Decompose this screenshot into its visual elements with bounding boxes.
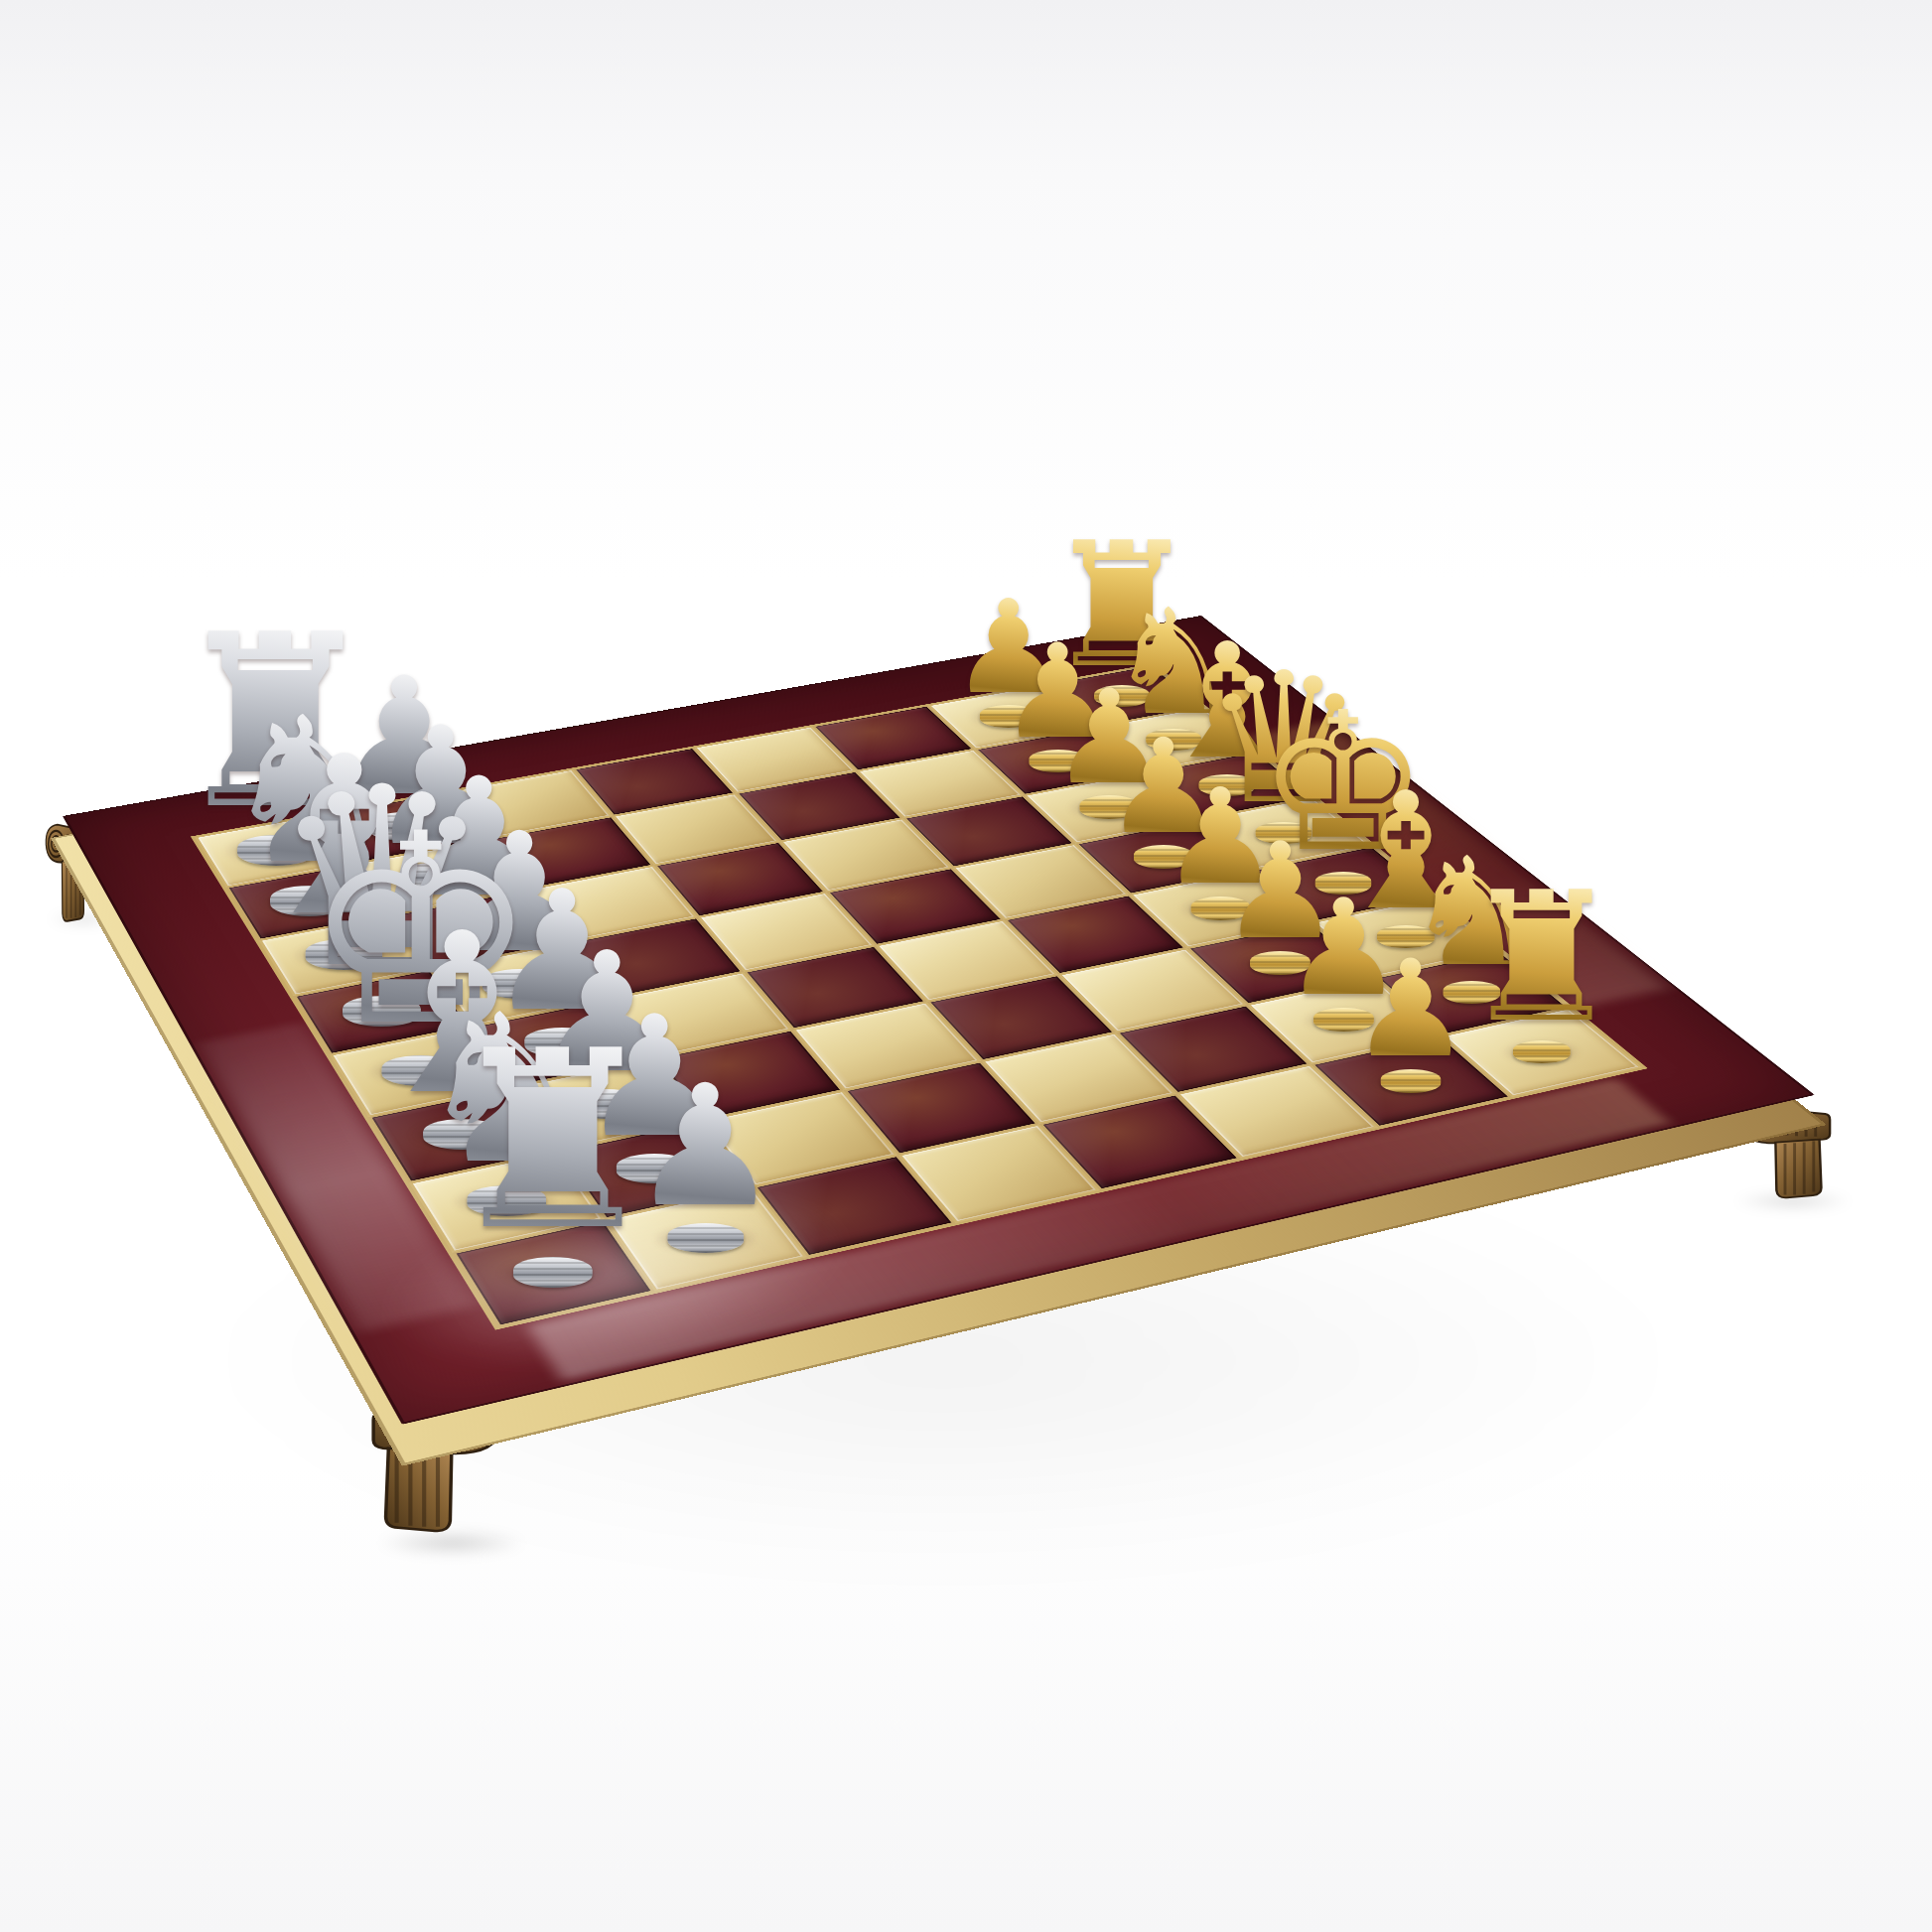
piece-black-rook-h8: ♜ xyxy=(1460,868,1621,1063)
product-photo-stage: ♜♟♞♟♝♟♟♛♜♟♟♚♞♟♟♝♝♟♟♞♛♟♟♜♚♟♟♝♟♞♟♜ xyxy=(0,0,1932,1932)
piece-glyph: ♟ xyxy=(1350,942,1470,1076)
piece-white-rook-h1: ♜ xyxy=(443,1018,663,1288)
piece-glyph: ♜ xyxy=(443,1018,663,1264)
piece-glyph: ♜ xyxy=(1460,868,1621,1047)
piece-black-pawn-h7: ♟ xyxy=(1350,942,1470,1093)
pieces-layer: ♜♟♞♟♝♟♟♛♜♟♟♚♞♟♟♝♝♟♟♞♛♟♟♜♚♟♟♝♟♞♟♜ xyxy=(0,0,1932,1932)
